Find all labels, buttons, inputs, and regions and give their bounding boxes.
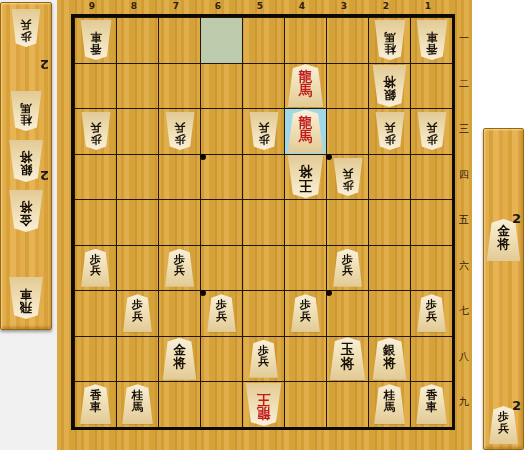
piece-kanji: 桂 xyxy=(384,43,396,55)
square-4i[interactable] xyxy=(284,381,326,427)
piece-kanji: 龍 xyxy=(257,407,271,421)
square-9a[interactable]: 香車 xyxy=(74,17,116,63)
hand-count-銀将: 2 xyxy=(40,168,49,183)
square-9b[interactable] xyxy=(74,63,116,109)
square-2f[interactable] xyxy=(368,245,410,291)
piece-龍馬-4b[interactable]: 龍馬 xyxy=(287,64,324,107)
piece-金将[interactable]: 金将 xyxy=(9,190,44,232)
square-3i[interactable] xyxy=(326,381,368,427)
rank-label-4: 四 xyxy=(456,168,472,182)
piece-kanji: 兵 xyxy=(132,311,143,323)
square-8a[interactable] xyxy=(116,17,158,63)
piece-kanji: 馬 xyxy=(20,102,32,114)
square-4e[interactable] xyxy=(284,199,326,245)
shogi-app: 987654321 一二三四五六七八九 香車桂馬香車龍馬銀将歩兵歩兵歩兵龍馬歩兵… xyxy=(0,0,524,450)
piece-kanji: 車 xyxy=(20,288,33,301)
square-1e[interactable] xyxy=(410,199,452,245)
piece-kanji: 香 xyxy=(426,43,438,55)
piece-kanji: 兵 xyxy=(498,423,509,435)
square-7a[interactable] xyxy=(158,17,200,63)
piece-kanji: 車 xyxy=(426,31,438,43)
piece-歩兵[interactable]: 歩兵 xyxy=(11,9,41,47)
piece-歩兵-9c[interactable]: 歩兵 xyxy=(81,112,111,150)
piece-銀将-2b[interactable]: 銀将 xyxy=(372,65,407,107)
piece-kanji: 龍 xyxy=(299,69,313,83)
piece-kanji: 歩 xyxy=(384,134,395,146)
piece-kanji: 車 xyxy=(90,401,102,413)
rank-label-8: 八 xyxy=(456,350,472,364)
square-9c[interactable]: 歩兵 xyxy=(74,108,116,154)
piece-歩兵-5h[interactable]: 歩兵 xyxy=(249,340,279,378)
square-4f[interactable] xyxy=(284,245,326,291)
piece-銀将[interactable]: 銀将 xyxy=(9,140,44,182)
square-4d[interactable]: 王将 xyxy=(284,154,326,200)
file-label-2: 2 xyxy=(365,1,407,11)
square-1b[interactable] xyxy=(410,63,452,109)
piece-kanji: 馬 xyxy=(132,401,144,413)
square-7h[interactable]: 金将 xyxy=(158,336,200,382)
piece-龍馬-4c[interactable]: 龍馬 xyxy=(287,110,324,153)
square-1c[interactable]: 歩兵 xyxy=(410,108,452,154)
square-8b[interactable] xyxy=(116,63,158,109)
square-5e[interactable] xyxy=(242,199,284,245)
piece-kanji: 馬 xyxy=(384,401,396,413)
rank-label-9: 九 xyxy=(456,395,472,409)
piece-kanji: 馬 xyxy=(299,129,313,143)
piece-kanji: 将 xyxy=(20,151,33,164)
piece-香車-9i[interactable]: 香車 xyxy=(80,384,112,424)
hand-count-金将: 2 xyxy=(512,211,521,226)
file-label-5: 5 xyxy=(239,1,281,11)
square-7c[interactable]: 歩兵 xyxy=(158,108,200,154)
piece-kanji: 兵 xyxy=(258,356,269,368)
square-8i[interactable]: 桂馬 xyxy=(116,381,158,427)
square-2a[interactable]: 桂馬 xyxy=(368,17,410,63)
sente-captured-pieces-stand: 金将2歩兵2 xyxy=(483,128,524,450)
piece-kanji: 兵 xyxy=(90,265,101,277)
piece-kanji: 将 xyxy=(497,237,510,250)
square-6f[interactable] xyxy=(200,245,242,291)
square-6i[interactable] xyxy=(200,381,242,427)
square-7e[interactable] xyxy=(158,199,200,245)
board-panel: 987654321 一二三四五六七八九 香車桂馬香車龍馬銀将歩兵歩兵歩兵龍馬歩兵… xyxy=(57,0,472,450)
square-5h[interactable]: 歩兵 xyxy=(242,336,284,382)
piece-kanji: 兵 xyxy=(300,311,311,323)
square-5d[interactable] xyxy=(242,154,284,200)
piece-kanji: 兵 xyxy=(258,122,269,134)
piece-kanji: 金 xyxy=(173,343,186,356)
square-9i[interactable]: 香車 xyxy=(74,381,116,427)
piece-桂馬-2a[interactable]: 桂馬 xyxy=(374,20,406,60)
piece-kanji: 将 xyxy=(20,201,33,214)
square-5a[interactable] xyxy=(242,17,284,63)
rank-label-1: 一 xyxy=(456,31,472,45)
piece-kanji: 玉 xyxy=(341,342,355,356)
piece-kanji: 龍 xyxy=(299,115,313,129)
piece-kanji: 飛 xyxy=(20,301,33,314)
rank-label-7: 七 xyxy=(456,304,472,318)
piece-kanji: 将 xyxy=(341,356,355,370)
piece-kanji: 銀 xyxy=(383,89,396,102)
piece-kanji: 桂 xyxy=(20,114,32,126)
piece-香車-9a[interactable]: 香車 xyxy=(80,20,112,60)
piece-kanji: 香 xyxy=(90,43,102,55)
piece-kanji: 車 xyxy=(426,401,438,413)
square-2i[interactable]: 桂馬 xyxy=(368,381,410,427)
piece-kanji: 車 xyxy=(90,31,102,43)
square-6d[interactable] xyxy=(200,154,242,200)
piece-kanji: 馬 xyxy=(299,83,313,97)
piece-kanji: 将 xyxy=(173,356,186,369)
square-3h[interactable]: 玉将 xyxy=(326,336,368,382)
piece-玉将-3h[interactable]: 玉将 xyxy=(329,337,366,380)
piece-歩兵-2c[interactable]: 歩兵 xyxy=(375,112,405,150)
square-8d[interactable] xyxy=(116,154,158,200)
hand-count-歩兵: 2 xyxy=(512,398,521,413)
square-7g[interactable] xyxy=(158,290,200,336)
square-6g[interactable]: 歩兵 xyxy=(200,290,242,336)
square-1i[interactable]: 香車 xyxy=(410,381,452,427)
piece-kanji: 兵 xyxy=(426,311,437,323)
square-4a[interactable] xyxy=(284,17,326,63)
piece-kanji: 兵 xyxy=(342,168,353,180)
square-7d[interactable] xyxy=(158,154,200,200)
square-7b[interactable] xyxy=(158,63,200,109)
square-2h[interactable]: 銀将 xyxy=(368,336,410,382)
piece-歩兵-9f[interactable]: 歩兵 xyxy=(81,249,111,287)
piece-歩兵-6g[interactable]: 歩兵 xyxy=(207,294,237,332)
square-9h[interactable] xyxy=(74,336,116,382)
square-6c[interactable] xyxy=(200,108,242,154)
piece-香車-1a[interactable]: 香車 xyxy=(416,20,448,60)
file-label-8: 8 xyxy=(113,1,155,11)
square-6h[interactable] xyxy=(200,336,242,382)
piece-香車-1i[interactable]: 香車 xyxy=(416,384,448,424)
piece-kanji: 歩 xyxy=(498,411,509,423)
square-3g[interactable] xyxy=(326,290,368,336)
square-3e[interactable] xyxy=(326,199,368,245)
square-9g[interactable] xyxy=(74,290,116,336)
piece-歩兵-1g[interactable]: 歩兵 xyxy=(417,294,447,332)
piece-桂馬-2i[interactable]: 桂馬 xyxy=(374,384,406,424)
square-4c[interactable]: 龍馬 xyxy=(284,108,326,154)
piece-飛車[interactable]: 飛車 xyxy=(9,277,44,319)
piece-歩兵-1c[interactable]: 歩兵 xyxy=(417,112,447,150)
square-4g[interactable]: 歩兵 xyxy=(284,290,326,336)
piece-歩兵-5c[interactable]: 歩兵 xyxy=(249,112,279,150)
piece-kanji: 兵 xyxy=(216,311,227,323)
square-1h[interactable] xyxy=(410,336,452,382)
hand-count-歩兵: 2 xyxy=(40,57,49,72)
file-label-6: 6 xyxy=(197,1,239,11)
square-6e[interactable] xyxy=(200,199,242,245)
piece-龍王-5i[interactable]: 龍王 xyxy=(245,383,282,426)
piece-kanji: 兵 xyxy=(342,265,353,277)
square-5g[interactable] xyxy=(242,290,284,336)
piece-kanji: 歩 xyxy=(258,134,269,146)
square-3f[interactable]: 歩兵 xyxy=(326,245,368,291)
piece-kanji: 銀 xyxy=(383,343,396,356)
square-8f[interactable] xyxy=(116,245,158,291)
rank-label-3: 三 xyxy=(456,122,472,136)
piece-桂馬[interactable]: 桂馬 xyxy=(10,91,42,131)
file-label-1: 1 xyxy=(407,1,449,11)
piece-kanji: 将 xyxy=(383,356,396,369)
piece-kanji: 歩 xyxy=(90,134,101,146)
square-2e[interactable] xyxy=(368,199,410,245)
file-label-4: 4 xyxy=(281,1,323,11)
piece-歩兵-3f[interactable]: 歩兵 xyxy=(333,249,363,287)
square-2g[interactable] xyxy=(368,290,410,336)
rank-label-5: 五 xyxy=(456,213,472,227)
square-5b[interactable] xyxy=(242,63,284,109)
piece-王将-4d[interactable]: 王将 xyxy=(287,155,324,198)
piece-歩兵-7f[interactable]: 歩兵 xyxy=(165,249,195,287)
square-1a[interactable]: 香車 xyxy=(410,17,452,63)
square-4b[interactable]: 龍馬 xyxy=(284,63,326,109)
piece-kanji: 馬 xyxy=(384,31,396,43)
piece-銀将-2h[interactable]: 銀将 xyxy=(372,338,407,380)
square-2b[interactable]: 銀将 xyxy=(368,63,410,109)
piece-桂馬-8i[interactable]: 桂馬 xyxy=(122,384,154,424)
piece-kanji: 兵 xyxy=(426,122,437,134)
square-1f[interactable] xyxy=(410,245,452,291)
piece-kanji: 王 xyxy=(299,179,313,193)
square-5i[interactable]: 龍王 xyxy=(242,381,284,427)
square-6a[interactable] xyxy=(200,17,242,63)
shogi-board[interactable]: 香車桂馬香車龍馬銀将歩兵歩兵歩兵龍馬歩兵歩兵王将歩兵歩兵歩兵歩兵歩兵歩兵歩兵歩兵… xyxy=(71,14,455,430)
file-label-7: 7 xyxy=(155,1,197,11)
square-7i[interactable] xyxy=(158,381,200,427)
square-3d[interactable]: 歩兵 xyxy=(326,154,368,200)
piece-kanji: 歩 xyxy=(174,134,185,146)
rank-label-2: 二 xyxy=(456,77,472,91)
piece-kanji: 兵 xyxy=(174,122,185,134)
piece-歩兵-7c[interactable]: 歩兵 xyxy=(165,112,195,150)
square-8e[interactable] xyxy=(116,199,158,245)
piece-kanji: 将 xyxy=(299,165,313,179)
rank-label-6: 六 xyxy=(456,259,472,273)
piece-kanji: 将 xyxy=(383,76,396,89)
piece-歩兵-3d[interactable]: 歩兵 xyxy=(333,158,363,196)
piece-kanji: 兵 xyxy=(384,122,395,134)
square-9e[interactable] xyxy=(74,199,116,245)
file-label-3: 3 xyxy=(323,1,365,11)
piece-kanji: 兵 xyxy=(174,265,185,277)
square-3a[interactable] xyxy=(326,17,368,63)
piece-金将-7h[interactable]: 金将 xyxy=(162,338,197,380)
file-label-9: 9 xyxy=(71,1,113,11)
square-1d[interactable] xyxy=(410,154,452,200)
square-9d[interactable] xyxy=(74,154,116,200)
square-7f[interactable]: 歩兵 xyxy=(158,245,200,291)
gote-captured-pieces-stand: 歩兵2桂馬銀将2金将飛車 xyxy=(0,2,52,330)
piece-kanji: 兵 xyxy=(90,122,101,134)
piece-kanji: 歩 xyxy=(342,179,353,191)
square-3c[interactable] xyxy=(326,108,368,154)
square-1g[interactable]: 歩兵 xyxy=(410,290,452,336)
square-2c[interactable]: 歩兵 xyxy=(368,108,410,154)
piece-kanji: 歩 xyxy=(426,134,437,146)
piece-kanji: 金 xyxy=(20,214,33,227)
piece-kanji: 兵 xyxy=(21,19,32,31)
square-5f[interactable] xyxy=(242,245,284,291)
piece-歩兵-4g[interactable]: 歩兵 xyxy=(291,294,321,332)
piece-kanji: 銀 xyxy=(20,164,33,177)
square-6b[interactable] xyxy=(200,63,242,109)
square-8g[interactable]: 歩兵 xyxy=(116,290,158,336)
square-9f[interactable]: 歩兵 xyxy=(74,245,116,291)
piece-歩兵-8g[interactable]: 歩兵 xyxy=(123,294,153,332)
square-4h[interactable] xyxy=(284,336,326,382)
piece-kanji: 王 xyxy=(257,392,271,406)
square-8c[interactable] xyxy=(116,108,158,154)
square-3b[interactable] xyxy=(326,63,368,109)
piece-kanji: 歩 xyxy=(21,30,32,42)
square-5c[interactable]: 歩兵 xyxy=(242,108,284,154)
square-8h[interactable] xyxy=(116,336,158,382)
square-2d[interactable] xyxy=(368,154,410,200)
